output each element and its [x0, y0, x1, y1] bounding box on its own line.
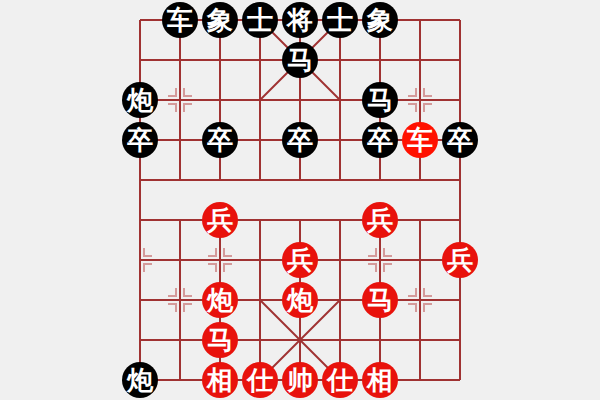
red-soldier[interactable]: 兵: [202, 202, 238, 238]
red-horse[interactable]: 马: [202, 322, 238, 358]
red-soldier[interactable]: 兵: [442, 242, 478, 278]
black-advisor[interactable]: 士: [322, 2, 358, 38]
black-soldier[interactable]: 卒: [362, 122, 398, 158]
red-cannon[interactable]: 炮: [202, 282, 238, 318]
red-advisor[interactable]: 仕: [322, 362, 358, 398]
black-elephant[interactable]: 象: [362, 2, 398, 38]
red-elephant[interactable]: 相: [362, 362, 398, 398]
black-general[interactable]: 将: [282, 2, 318, 38]
red-advisor[interactable]: 仕: [242, 362, 278, 398]
black-elephant[interactable]: 象: [202, 2, 238, 38]
black-soldier[interactable]: 卒: [282, 122, 318, 158]
black-soldier[interactable]: 卒: [122, 122, 158, 158]
black-chariot[interactable]: 车: [162, 2, 198, 38]
red-chariot[interactable]: 车: [402, 122, 438, 158]
red-soldier[interactable]: 兵: [282, 242, 318, 278]
black-horse[interactable]: 马: [282, 42, 318, 78]
xiangqi-board: 车象士将士象马炮马卒卒卒卒车卒兵兵兵兵炮炮马马炮相仕帅仕相: [0, 0, 600, 400]
black-soldier[interactable]: 卒: [202, 122, 238, 158]
red-elephant[interactable]: 相: [202, 362, 238, 398]
red-cannon[interactable]: 炮: [282, 282, 318, 318]
black-cannon[interactable]: 炮: [122, 362, 158, 398]
black-advisor[interactable]: 士: [242, 2, 278, 38]
black-horse[interactable]: 马: [362, 82, 398, 118]
red-soldier[interactable]: 兵: [362, 202, 398, 238]
star-point-markers: [144, 88, 432, 312]
red-horse[interactable]: 马: [362, 282, 398, 318]
black-soldier[interactable]: 卒: [442, 122, 478, 158]
red-general[interactable]: 帅: [282, 362, 318, 398]
black-cannon[interactable]: 炮: [122, 82, 158, 118]
